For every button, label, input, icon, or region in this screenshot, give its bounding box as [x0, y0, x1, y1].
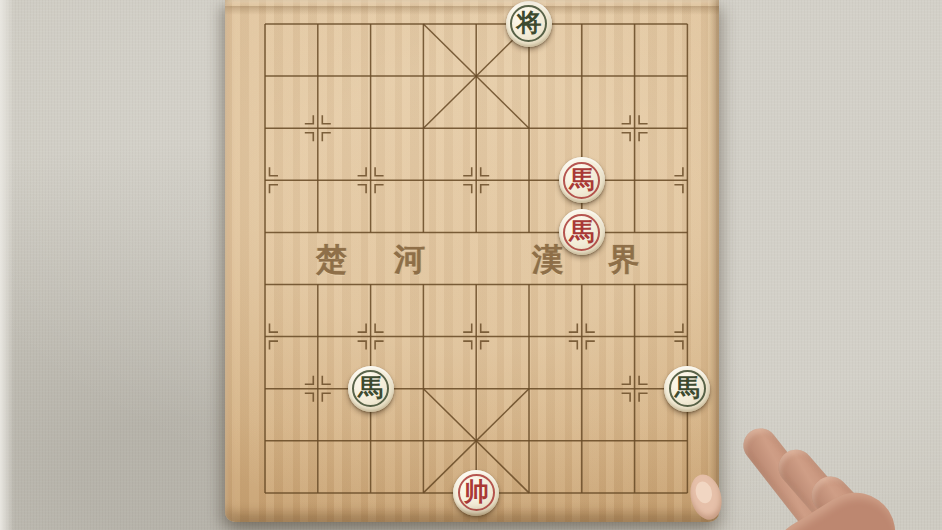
piece-red-horse-1[interactable]: 馬 — [559, 157, 605, 203]
finger — [771, 443, 883, 530]
piece-red-horse-2[interactable]: 馬 — [559, 209, 605, 255]
piece-black-horse-2[interactable]: 馬 — [664, 366, 710, 412]
pieces-layer: 将馬馬馬馬帅 — [239, 0, 714, 519]
piece-glyph: 馬 — [675, 375, 700, 400]
finger — [804, 469, 913, 530]
piece-glyph: 帅 — [464, 479, 489, 504]
piece-black-general[interactable]: 将 — [506, 1, 552, 47]
piece-glyph: 将 — [516, 10, 541, 35]
scene-background: 楚河漢界 将馬馬馬馬帅 — [0, 0, 942, 530]
palm — [758, 478, 911, 530]
piece-glyph: 馬 — [569, 167, 594, 192]
piece-red-general[interactable]: 帅 — [453, 470, 499, 516]
piece-black-horse-1[interactable]: 馬 — [348, 366, 394, 412]
piece-glyph: 馬 — [358, 375, 383, 400]
xiangqi-board: 楚河漢界 将馬馬馬馬帅 — [225, 0, 719, 522]
piece-glyph: 馬 — [569, 219, 594, 244]
finger — [737, 422, 850, 530]
